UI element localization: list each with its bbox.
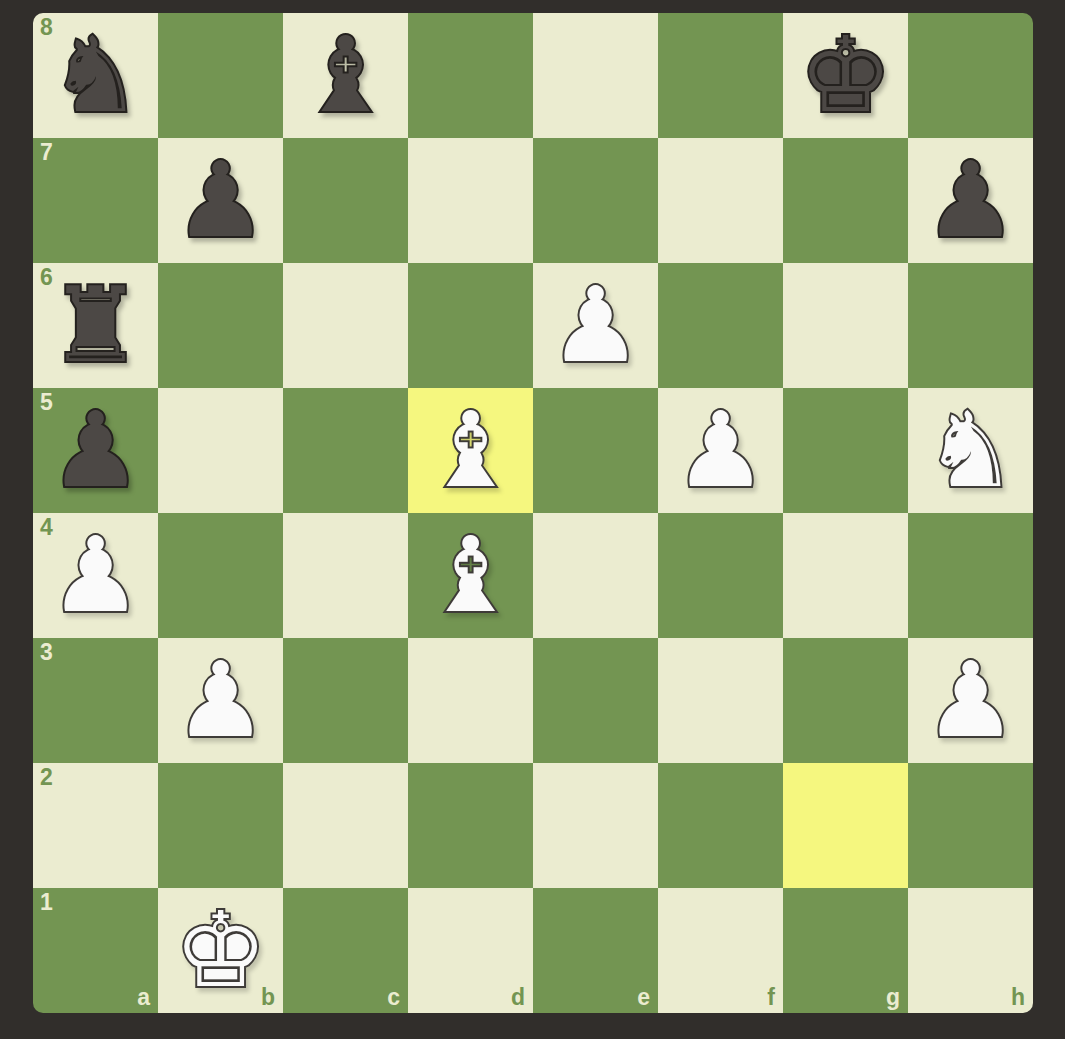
piece-black-king-g8[interactable]: ♚ xyxy=(799,13,892,138)
square-h4[interactable] xyxy=(908,513,1033,638)
square-g5[interactable] xyxy=(783,388,908,513)
square-b7[interactable]: ♟ xyxy=(158,138,283,263)
piece-black-pawn-a5[interactable]: ♟ xyxy=(49,388,142,513)
square-g6[interactable] xyxy=(783,263,908,388)
file-label-c: c xyxy=(387,986,400,1009)
square-d6[interactable] xyxy=(408,263,533,388)
square-a7[interactable]: 7 xyxy=(33,138,158,263)
square-b3[interactable]: ♟ xyxy=(158,638,283,763)
square-c7[interactable] xyxy=(283,138,408,263)
square-e1[interactable]: e xyxy=(533,888,658,1013)
square-b2[interactable] xyxy=(158,763,283,888)
square-c1[interactable]: c xyxy=(283,888,408,1013)
square-h1[interactable]: h xyxy=(908,888,1033,1013)
file-label-h: h xyxy=(1011,986,1025,1009)
square-h5[interactable]: ♞ xyxy=(908,388,1033,513)
board-container: 8♞♝♚7♟♟6♜♟5♟♝♟♞4♟♝3♟♟21ab♚cdefgh xyxy=(33,13,1033,1013)
file-label-d: d xyxy=(511,986,525,1009)
rank-label-3: 3 xyxy=(40,641,53,664)
square-g8[interactable]: ♚ xyxy=(783,13,908,138)
square-f6[interactable] xyxy=(658,263,783,388)
square-a1[interactable]: 1a xyxy=(33,888,158,1013)
piece-black-rook-a6[interactable]: ♜ xyxy=(49,263,142,388)
square-f7[interactable] xyxy=(658,138,783,263)
chess-board: 8♞♝♚7♟♟6♜♟5♟♝♟♞4♟♝3♟♟21ab♚cdefgh xyxy=(33,13,1033,1013)
piece-white-pawn-h3[interactable]: ♟ xyxy=(924,638,1017,763)
square-e4[interactable] xyxy=(533,513,658,638)
piece-black-pawn-h7[interactable]: ♟ xyxy=(924,138,1017,263)
square-c4[interactable] xyxy=(283,513,408,638)
piece-white-bishop-d5[interactable]: ♝ xyxy=(424,388,517,513)
square-h8[interactable] xyxy=(908,13,1033,138)
piece-white-pawn-e6[interactable]: ♟ xyxy=(549,263,642,388)
square-e8[interactable] xyxy=(533,13,658,138)
square-h7[interactable]: ♟ xyxy=(908,138,1033,263)
square-g3[interactable] xyxy=(783,638,908,763)
square-h2[interactable] xyxy=(908,763,1033,888)
rank-label-7: 7 xyxy=(40,141,53,164)
square-f5[interactable]: ♟ xyxy=(658,388,783,513)
square-d2[interactable] xyxy=(408,763,533,888)
square-g1[interactable]: g xyxy=(783,888,908,1013)
square-d4[interactable]: ♝ xyxy=(408,513,533,638)
rank-label-2: 2 xyxy=(40,766,53,789)
square-f4[interactable] xyxy=(658,513,783,638)
square-d8[interactable] xyxy=(408,13,533,138)
square-c3[interactable] xyxy=(283,638,408,763)
piece-black-bishop-c8[interactable]: ♝ xyxy=(299,13,392,138)
square-c8[interactable]: ♝ xyxy=(283,13,408,138)
square-g2[interactable] xyxy=(783,763,908,888)
square-b6[interactable] xyxy=(158,263,283,388)
square-h3[interactable]: ♟ xyxy=(908,638,1033,763)
piece-white-king-b1[interactable]: ♚ xyxy=(174,888,267,1013)
square-b1[interactable]: b♚ xyxy=(158,888,283,1013)
piece-black-pawn-b7[interactable]: ♟ xyxy=(174,138,267,263)
square-a4[interactable]: 4♟ xyxy=(33,513,158,638)
square-f2[interactable] xyxy=(658,763,783,888)
square-c5[interactable] xyxy=(283,388,408,513)
square-d5[interactable]: ♝ xyxy=(408,388,533,513)
square-g7[interactable] xyxy=(783,138,908,263)
square-f3[interactable] xyxy=(658,638,783,763)
square-c2[interactable] xyxy=(283,763,408,888)
rank-label-1: 1 xyxy=(40,891,53,914)
square-b8[interactable] xyxy=(158,13,283,138)
file-label-e: e xyxy=(637,986,650,1009)
square-c6[interactable] xyxy=(283,263,408,388)
square-e7[interactable] xyxy=(533,138,658,263)
square-f8[interactable] xyxy=(658,13,783,138)
square-e2[interactable] xyxy=(533,763,658,888)
file-label-f: f xyxy=(767,986,775,1009)
file-label-a: a xyxy=(137,986,150,1009)
piece-black-knight-a8[interactable]: ♞ xyxy=(49,13,142,138)
piece-white-pawn-b3[interactable]: ♟ xyxy=(174,638,267,763)
square-d7[interactable] xyxy=(408,138,533,263)
square-a5[interactable]: 5♟ xyxy=(33,388,158,513)
square-e5[interactable] xyxy=(533,388,658,513)
piece-white-bishop-d4[interactable]: ♝ xyxy=(424,513,517,638)
square-d3[interactable] xyxy=(408,638,533,763)
piece-white-pawn-f5[interactable]: ♟ xyxy=(674,388,767,513)
square-h6[interactable] xyxy=(908,263,1033,388)
square-e3[interactable] xyxy=(533,638,658,763)
piece-white-knight-h5[interactable]: ♞ xyxy=(924,388,1017,513)
square-a3[interactable]: 3 xyxy=(33,638,158,763)
square-d1[interactable]: d xyxy=(408,888,533,1013)
square-e6[interactable]: ♟ xyxy=(533,263,658,388)
square-b4[interactable] xyxy=(158,513,283,638)
square-g4[interactable] xyxy=(783,513,908,638)
file-label-g: g xyxy=(886,986,900,1009)
piece-white-pawn-a4[interactable]: ♟ xyxy=(49,513,142,638)
square-a6[interactable]: 6♜ xyxy=(33,263,158,388)
square-f1[interactable]: f xyxy=(658,888,783,1013)
square-a2[interactable]: 2 xyxy=(33,763,158,888)
square-a8[interactable]: 8♞ xyxy=(33,13,158,138)
square-b5[interactable] xyxy=(158,388,283,513)
